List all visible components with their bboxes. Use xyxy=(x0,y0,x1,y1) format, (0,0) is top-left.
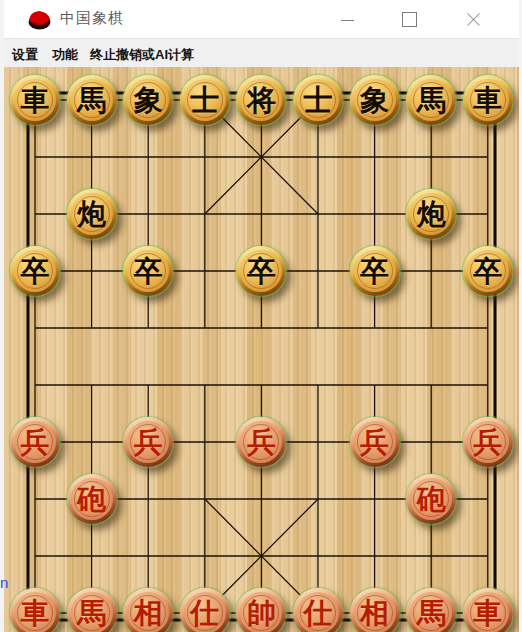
piece-glyph: 帥 xyxy=(236,588,286,632)
piece-glyph: 仕 xyxy=(293,588,343,632)
app-icon xyxy=(27,7,52,31)
piece-glyph: 車 xyxy=(463,75,513,125)
piece-glyph: 車 xyxy=(10,75,60,125)
piece-black-cannon[interactable]: 炮 xyxy=(67,189,117,239)
menu-item-functions[interactable]: 功能 xyxy=(48,43,82,67)
piece-glyph: 兵 xyxy=(463,417,513,467)
piece-glyph: 兵 xyxy=(350,417,400,467)
piece-glyph: 卒 xyxy=(350,246,400,296)
piece-red-soldier[interactable]: 兵 xyxy=(10,417,60,467)
piece-red-advisor[interactable]: 仕 xyxy=(293,588,343,632)
piece-glyph: 象 xyxy=(123,75,173,125)
piece-glyph: 相 xyxy=(350,588,400,632)
piece-glyph: 馬 xyxy=(67,75,117,125)
window-title: 中国象棋 xyxy=(60,9,124,28)
piece-glyph: 馬 xyxy=(67,588,117,632)
menu-item-settings[interactable]: 设置 xyxy=(8,43,42,67)
piece-red-cannon[interactable]: 砲 xyxy=(67,474,117,524)
pieces-layer: 車馬象士将士象馬車炮炮卒卒卒卒卒兵兵兵兵兵砲砲車馬相仕帥仕相馬車 xyxy=(0,67,522,632)
piece-red-horse[interactable]: 馬 xyxy=(67,588,117,632)
piece-black-general[interactable]: 将 xyxy=(236,75,286,125)
piece-red-cannon[interactable]: 砲 xyxy=(406,474,456,524)
piece-red-chariot[interactable]: 車 xyxy=(10,588,60,632)
piece-black-chariot[interactable]: 車 xyxy=(463,75,513,125)
piece-black-advisor[interactable]: 士 xyxy=(180,75,230,125)
piece-glyph: 士 xyxy=(180,75,230,125)
piece-black-soldier[interactable]: 卒 xyxy=(123,246,173,296)
piece-glyph: 馬 xyxy=(406,75,456,125)
piece-black-soldier[interactable]: 卒 xyxy=(350,246,400,296)
piece-glyph: 卒 xyxy=(10,246,60,296)
piece-red-advisor[interactable]: 仕 xyxy=(180,588,230,632)
piece-red-soldier[interactable]: 兵 xyxy=(463,417,513,467)
app-window: 中国象棋 设置 功能 终止撤销或AI计算 xyxy=(0,0,522,632)
piece-glyph: 車 xyxy=(10,588,60,632)
piece-red-soldier[interactable]: 兵 xyxy=(350,417,400,467)
piece-glyph: 炮 xyxy=(67,189,117,239)
piece-glyph: 砲 xyxy=(67,474,117,524)
piece-black-soldier[interactable]: 卒 xyxy=(10,246,60,296)
title-bar: 中国象棋 xyxy=(0,0,522,38)
piece-glyph: 兵 xyxy=(236,417,286,467)
piece-black-elephant[interactable]: 象 xyxy=(123,75,173,125)
piece-red-chariot[interactable]: 車 xyxy=(463,588,513,632)
maximize-icon xyxy=(402,12,417,27)
maximize-button[interactable] xyxy=(386,0,432,38)
piece-black-horse[interactable]: 馬 xyxy=(67,75,117,125)
piece-black-chariot[interactable]: 車 xyxy=(10,75,60,125)
piece-glyph: 将 xyxy=(236,75,286,125)
desktop-artifact-text: n xyxy=(0,574,8,592)
piece-glyph: 兵 xyxy=(123,417,173,467)
piece-black-horse[interactable]: 馬 xyxy=(406,75,456,125)
piece-glyph: 兵 xyxy=(10,417,60,467)
piece-black-elephant[interactable]: 象 xyxy=(350,75,400,125)
piece-red-horse[interactable]: 馬 xyxy=(406,588,456,632)
menu-item-stop-ai[interactable]: 终止撤销或AI计算 xyxy=(86,43,198,67)
piece-glyph: 仕 xyxy=(180,588,230,632)
piece-red-general[interactable]: 帥 xyxy=(236,588,286,632)
piece-glyph: 象 xyxy=(350,75,400,125)
minimize-icon xyxy=(341,20,354,21)
window-frame-left xyxy=(0,0,4,632)
piece-glyph: 馬 xyxy=(406,588,456,632)
piece-glyph: 相 xyxy=(123,588,173,632)
piece-glyph: 卒 xyxy=(236,246,286,296)
piece-red-soldier[interactable]: 兵 xyxy=(123,417,173,467)
menu-bar: 设置 功能 终止撤销或AI计算 xyxy=(0,38,522,67)
piece-glyph: 卒 xyxy=(463,246,513,296)
piece-glyph: 砲 xyxy=(406,474,456,524)
piece-glyph: 卒 xyxy=(123,246,173,296)
piece-black-advisor[interactable]: 士 xyxy=(293,75,343,125)
piece-black-soldier[interactable]: 卒 xyxy=(236,246,286,296)
close-button[interactable] xyxy=(450,0,496,38)
piece-glyph: 炮 xyxy=(406,189,456,239)
board[interactable]: 車馬象士将士象馬車炮炮卒卒卒卒卒兵兵兵兵兵砲砲車馬相仕帥仕相馬車 xyxy=(0,67,522,632)
piece-red-soldier[interactable]: 兵 xyxy=(236,417,286,467)
piece-glyph: 車 xyxy=(463,588,513,632)
piece-red-elephant[interactable]: 相 xyxy=(350,588,400,632)
piece-glyph: 士 xyxy=(293,75,343,125)
minimize-button[interactable] xyxy=(324,0,370,38)
piece-black-cannon[interactable]: 炮 xyxy=(406,189,456,239)
piece-red-elephant[interactable]: 相 xyxy=(123,588,173,632)
piece-black-soldier[interactable]: 卒 xyxy=(463,246,513,296)
